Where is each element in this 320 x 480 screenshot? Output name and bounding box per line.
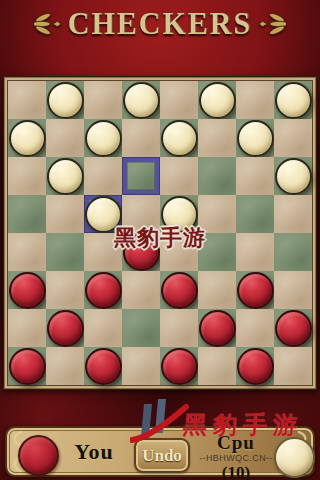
board-square: [236, 309, 274, 347]
board-square[interactable]: [274, 81, 312, 119]
board-square[interactable]: [198, 309, 236, 347]
board-square[interactable]: [160, 347, 198, 385]
board-square: [160, 233, 198, 271]
checker-piece-red[interactable]: [9, 272, 46, 309]
board-square: [198, 271, 236, 309]
app-title: CHECKERS: [68, 6, 252, 41]
board-square: [198, 119, 236, 157]
checker-piece-red[interactable]: [123, 234, 160, 271]
checker-piece-red[interactable]: [85, 272, 122, 309]
board-square[interactable]: [46, 81, 84, 119]
board-square: [122, 347, 160, 385]
board-frame: [3, 76, 317, 390]
board-square: [160, 81, 198, 119]
board-square: [274, 347, 312, 385]
checker-piece-cream[interactable]: [85, 120, 122, 157]
checker-piece-cream[interactable]: [275, 158, 312, 195]
board-square: [236, 81, 274, 119]
board-square: [160, 309, 198, 347]
board-square: [84, 81, 122, 119]
checker-piece-red[interactable]: [161, 348, 198, 385]
checker-piece-red[interactable]: [47, 310, 84, 347]
board-square: [122, 195, 160, 233]
board-square[interactable]: [236, 271, 274, 309]
board-square: [122, 119, 160, 157]
board-square[interactable]: [274, 309, 312, 347]
board-square: [46, 119, 84, 157]
cpu-piece-cream: [274, 437, 315, 478]
board-square: [122, 271, 160, 309]
board-square[interactable]: [122, 309, 160, 347]
board-square[interactable]: [122, 233, 160, 271]
board-square[interactable]: [84, 119, 122, 157]
board-square: [8, 81, 46, 119]
checker-piece-cream[interactable]: [85, 196, 122, 233]
board-square: [46, 347, 84, 385]
status-bar: You Undo Cpu --HBHWQC.CN-- (10): [5, 426, 315, 477]
checker-piece-cream[interactable]: [161, 120, 198, 157]
board-square[interactable]: [236, 119, 274, 157]
board-square: [46, 271, 84, 309]
board-square[interactable]: [198, 233, 236, 271]
board-square[interactable]: [8, 195, 46, 233]
checker-piece-cream[interactable]: [199, 82, 236, 119]
board-square: [46, 195, 84, 233]
banner-ornament-left-icon: [34, 12, 61, 36]
board-square: [8, 233, 46, 271]
board-square[interactable]: [160, 271, 198, 309]
checker-piece-cream[interactable]: [237, 120, 274, 157]
app-screen: CHECKERS 黑豹手游 黑豹手游 You Undo: [0, 0, 320, 480]
board-square[interactable]: [274, 233, 312, 271]
checker-piece-red[interactable]: [9, 348, 46, 385]
checker-piece-cream[interactable]: [161, 196, 198, 233]
board-square[interactable]: [236, 347, 274, 385]
checker-piece-cream[interactable]: [47, 158, 84, 195]
board-square: [84, 233, 122, 271]
board-square[interactable]: [8, 347, 46, 385]
board-square[interactable]: [198, 81, 236, 119]
board-square: [198, 195, 236, 233]
board-square[interactable]: [236, 195, 274, 233]
checker-piece-cream[interactable]: [9, 120, 46, 157]
board-square[interactable]: [122, 81, 160, 119]
board-square[interactable]: [198, 157, 236, 195]
board-square: [84, 309, 122, 347]
checkers-board[interactable]: [8, 81, 312, 385]
board-square: [198, 347, 236, 385]
board-square: [8, 309, 46, 347]
board-square: [8, 157, 46, 195]
checker-piece-red[interactable]: [85, 348, 122, 385]
player-piece-red: [18, 435, 59, 476]
board-square[interactable]: [160, 195, 198, 233]
board-square: [274, 195, 312, 233]
board-square[interactable]: [160, 119, 198, 157]
board-square[interactable]: [8, 271, 46, 309]
board-square[interactable]: [46, 233, 84, 271]
checker-piece-red[interactable]: [237, 348, 274, 385]
checker-piece-cream[interactable]: [47, 82, 84, 119]
board-square[interactable]: [84, 271, 122, 309]
board-square: [84, 157, 122, 195]
board-square[interactable]: [46, 157, 84, 195]
board-square[interactable]: [46, 309, 84, 347]
board-square[interactable]: [8, 119, 46, 157]
board-square: [236, 157, 274, 195]
title-banner: CHECKERS: [0, 3, 320, 45]
checker-piece-red[interactable]: [275, 310, 312, 347]
board-square[interactable]: [84, 347, 122, 385]
board-square[interactable]: [274, 157, 312, 195]
player-label: You: [59, 439, 129, 465]
board-square: [236, 233, 274, 271]
board-square: [160, 157, 198, 195]
board-square[interactable]: [122, 157, 160, 195]
checker-piece-red[interactable]: [237, 272, 274, 309]
checker-piece-cream[interactable]: [275, 82, 312, 119]
board-square[interactable]: [84, 195, 122, 233]
checker-piece-red[interactable]: [161, 272, 198, 309]
checker-piece-cream[interactable]: [123, 82, 160, 119]
banner-ornament-right-icon: [259, 12, 286, 36]
board-square: [274, 271, 312, 309]
checker-piece-red[interactable]: [199, 310, 236, 347]
board-square: [274, 119, 312, 157]
